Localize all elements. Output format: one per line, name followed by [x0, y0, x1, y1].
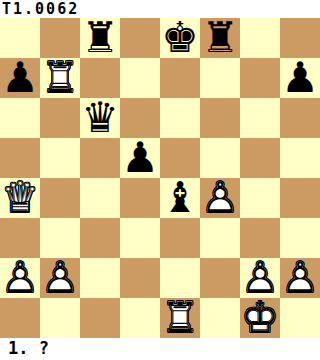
- square-g7[interactable]: [240, 58, 280, 98]
- square-b8[interactable]: [40, 18, 80, 58]
- square-f2[interactable]: [200, 258, 240, 298]
- square-a4[interactable]: ♛♕: [0, 178, 40, 218]
- piece-black-rook: ♜: [200, 18, 240, 58]
- square-b1[interactable]: [40, 298, 80, 338]
- square-d7[interactable]: [120, 58, 160, 98]
- piece-black-bishop: ♝: [160, 178, 200, 218]
- square-d5[interactable]: ♟: [120, 138, 160, 178]
- piece-white-queen: ♛♕: [0, 178, 40, 218]
- square-h3[interactable]: [280, 218, 320, 258]
- square-b6[interactable]: [40, 98, 80, 138]
- piece-white-king: ♚♔: [240, 298, 280, 338]
- square-g4[interactable]: [240, 178, 280, 218]
- square-h6[interactable]: [280, 98, 320, 138]
- square-d6[interactable]: [120, 98, 160, 138]
- square-c1[interactable]: [80, 298, 120, 338]
- square-g3[interactable]: [240, 218, 280, 258]
- square-b5[interactable]: [40, 138, 80, 178]
- square-g6[interactable]: [240, 98, 280, 138]
- piece-black-pawn: ♟: [120, 138, 160, 178]
- square-c4[interactable]: [80, 178, 120, 218]
- square-c2[interactable]: [80, 258, 120, 298]
- square-e2[interactable]: [160, 258, 200, 298]
- piece-white-rook: ♜♖: [160, 298, 200, 338]
- square-f5[interactable]: [200, 138, 240, 178]
- piece-black-queen: ♛: [80, 98, 120, 138]
- square-a8[interactable]: [0, 18, 40, 58]
- square-e4[interactable]: ♝: [160, 178, 200, 218]
- piece-black-pawn: ♟: [0, 58, 40, 98]
- piece-black-rook: ♜: [80, 18, 120, 58]
- square-h5[interactable]: [280, 138, 320, 178]
- square-e6[interactable]: [160, 98, 200, 138]
- square-a5[interactable]: [0, 138, 40, 178]
- piece-white-pawn: ♟♙: [200, 178, 240, 218]
- square-h4[interactable]: [280, 178, 320, 218]
- square-a1[interactable]: [0, 298, 40, 338]
- square-g1[interactable]: ♚♔: [240, 298, 280, 338]
- square-g8[interactable]: [240, 18, 280, 58]
- chess-board: ♜♚♜♟♜♖♟♛♟♛♕♝♟♙♟♙♟♙♟♙♟♙♜♖♚♔: [0, 18, 320, 338]
- square-h2[interactable]: ♟♙: [280, 258, 320, 298]
- square-f7[interactable]: [200, 58, 240, 98]
- square-d1[interactable]: [120, 298, 160, 338]
- piece-white-pawn: ♟♙: [0, 258, 40, 298]
- square-d4[interactable]: [120, 178, 160, 218]
- square-c6[interactable]: ♛: [80, 98, 120, 138]
- square-e1[interactable]: ♜♖: [160, 298, 200, 338]
- square-b2[interactable]: ♟♙: [40, 258, 80, 298]
- square-c3[interactable]: [80, 218, 120, 258]
- square-b4[interactable]: [40, 178, 80, 218]
- square-g2[interactable]: ♟♙: [240, 258, 280, 298]
- square-a7[interactable]: ♟: [0, 58, 40, 98]
- square-c5[interactable]: [80, 138, 120, 178]
- piece-white-pawn: ♟♙: [240, 258, 280, 298]
- square-e7[interactable]: [160, 58, 200, 98]
- square-b3[interactable]: [40, 218, 80, 258]
- square-g5[interactable]: [240, 138, 280, 178]
- piece-white-pawn: ♟♙: [40, 258, 80, 298]
- piece-black-pawn: ♟: [280, 58, 320, 98]
- square-e3[interactable]: [160, 218, 200, 258]
- piece-black-king: ♚: [160, 18, 200, 58]
- square-b7[interactable]: ♜♖: [40, 58, 80, 98]
- puzzle-title: T1.0062: [0, 0, 320, 18]
- square-f1[interactable]: [200, 298, 240, 338]
- square-c8[interactable]: ♜: [80, 18, 120, 58]
- square-d3[interactable]: [120, 218, 160, 258]
- square-d2[interactable]: [120, 258, 160, 298]
- square-h1[interactable]: [280, 298, 320, 338]
- square-a2[interactable]: ♟♙: [0, 258, 40, 298]
- square-f8[interactable]: ♜: [200, 18, 240, 58]
- square-f6[interactable]: [200, 98, 240, 138]
- square-e8[interactable]: ♚: [160, 18, 200, 58]
- square-h7[interactable]: ♟: [280, 58, 320, 98]
- square-a3[interactable]: [0, 218, 40, 258]
- square-e5[interactable]: [160, 138, 200, 178]
- square-d8[interactable]: [120, 18, 160, 58]
- chess-puzzle-app: T1.0062 ♜♚♜♟♜♖♟♛♟♛♕♝♟♙♟♙♟♙♟♙♟♙♜♖♚♔ 1. ?: [0, 0, 320, 360]
- square-c7[interactable]: [80, 58, 120, 98]
- piece-white-rook: ♜♖: [40, 58, 80, 98]
- square-f4[interactable]: ♟♙: [200, 178, 240, 218]
- piece-white-pawn: ♟♙: [280, 258, 320, 298]
- square-h8[interactable]: [280, 18, 320, 58]
- square-a6[interactable]: [0, 98, 40, 138]
- square-f3[interactable]: [200, 218, 240, 258]
